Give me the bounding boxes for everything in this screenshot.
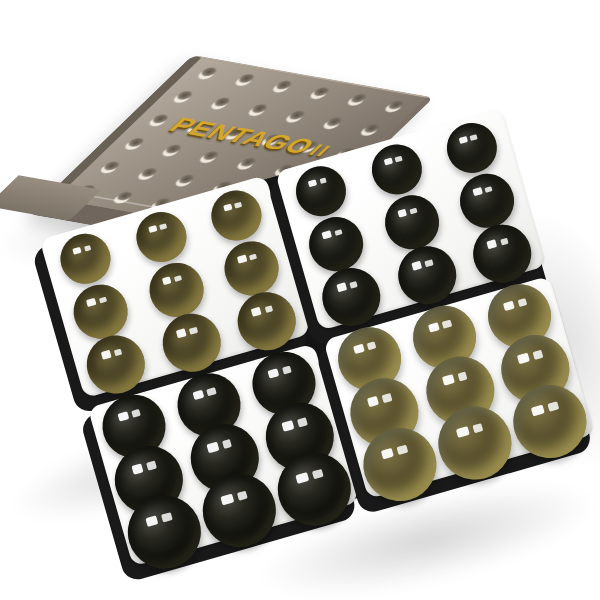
marble-highlight [500,237,509,245]
marble-highlight [397,209,407,218]
marble-highlight [207,388,217,397]
marble-highlight [159,223,167,230]
marble-highlight [84,245,92,252]
marble-highlight [295,472,309,484]
marble-black[interactable] [290,160,352,222]
marble-highlight [161,512,172,522]
marble-highlight [411,261,422,271]
marble-highlight [189,326,198,334]
marble-highlight [487,239,498,249]
marble-highlight [428,322,440,333]
marble-green[interactable] [55,227,117,289]
marble-highlight [264,305,273,313]
marble-highlight [366,396,379,407]
marble-highlight [397,445,408,455]
marble-highlight [297,417,308,427]
marble-highlight [234,201,242,208]
marble-highlight [472,188,482,197]
marble-highlight [485,186,493,194]
marble-highlight [249,253,257,261]
marble-highlight [442,320,452,329]
marble-highlight [532,350,543,360]
marble-highlight [308,179,317,187]
marble-highlight [442,374,455,385]
marble-black[interactable] [303,210,370,277]
marble-highlight [146,461,157,471]
marble-highlight [72,246,81,254]
marble-black[interactable] [441,117,503,179]
marble-highlight [517,298,527,307]
marble-highlight [424,259,433,267]
marble-highlight [114,348,123,356]
marble-green[interactable] [130,206,192,268]
marble-highlight [148,225,157,233]
marble-highlight [380,447,394,459]
marble-highlight [99,296,107,304]
marble-highlight [470,134,478,141]
marble-highlight [268,368,280,379]
marble-highlight [349,281,358,289]
marble-highlight [457,372,468,382]
logo-text: PENTAGO [163,113,321,158]
marble-green[interactable] [67,278,134,345]
marble-highlight [353,344,365,355]
marble-black[interactable] [378,189,445,256]
marble-highlight [206,442,219,453]
marble-highlight [458,136,467,144]
marble-highlight [192,390,204,401]
marble-highlight [162,277,172,286]
marble-highlight [409,207,417,215]
marble-highlight [336,283,347,293]
marble-highlight [220,493,234,505]
marble-green[interactable] [205,184,267,246]
marble-highlight [176,329,187,339]
marble-black[interactable] [365,138,427,200]
marble-green[interactable] [218,235,285,302]
marble-highlight [131,463,144,474]
marble-highlight [517,352,530,363]
marble-highlight [117,411,129,422]
marble-highlight [367,342,377,351]
marble-green[interactable] [143,256,210,323]
marble-highlight [334,229,342,237]
marble-highlight [222,439,233,449]
marble-highlight [145,515,159,527]
marble-highlight [86,298,96,307]
marble-highlight [322,231,332,240]
marble-highlight [282,366,292,375]
marble-highlight [394,155,402,162]
marble-highlight [503,301,515,312]
marble-highlight [382,393,393,403]
marble-highlight [251,307,262,317]
marble-highlight [174,275,182,283]
marble-highlight [131,409,141,418]
product-photo-stage: PENTAGOII [0,0,600,600]
marble-highlight [456,426,470,438]
marble-highlight [383,157,392,165]
marble-highlight [282,420,295,431]
marble-highlight [472,423,483,433]
marble-highlight [319,177,327,184]
marble-highlight [237,255,247,264]
marble-highlight [312,469,323,479]
marble-highlight [100,350,111,360]
marble-black[interactable] [453,167,520,234]
marble-highlight [531,404,545,416]
marble-highlight [237,491,248,501]
marble-highlight [547,401,558,411]
marble-highlight [223,203,232,211]
